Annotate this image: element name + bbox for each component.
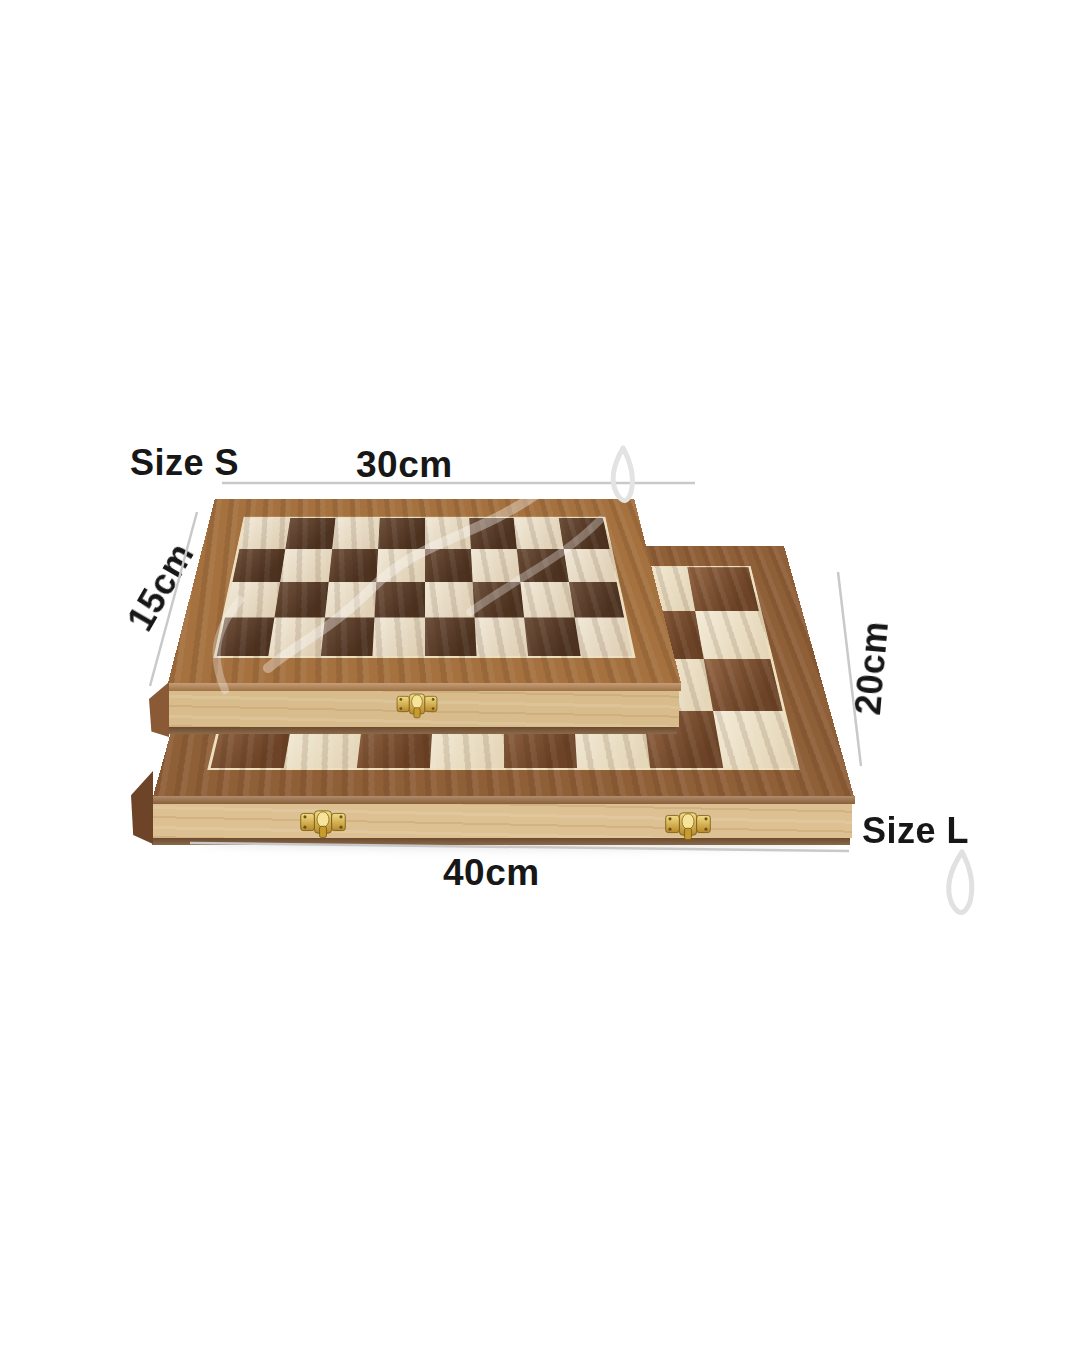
light-square <box>239 518 290 549</box>
light-square <box>474 617 528 656</box>
board-frame <box>168 499 681 683</box>
left-side-panel <box>149 681 169 737</box>
light-square <box>280 549 332 582</box>
dark-square <box>425 617 477 656</box>
box-lid-top <box>168 499 681 683</box>
s-width-label: 30cm <box>356 444 453 486</box>
size-s-label: Size S <box>130 442 239 484</box>
light-square <box>695 611 770 659</box>
light-square <box>425 582 475 618</box>
left-side-panel <box>131 768 153 844</box>
dark-square <box>286 518 336 549</box>
dark-square <box>704 659 783 711</box>
dark-square <box>425 549 473 582</box>
checkerboard <box>217 518 633 656</box>
light-square <box>713 711 796 768</box>
size-l-label: Size L <box>862 810 969 852</box>
dark-square <box>473 582 525 618</box>
light-square <box>376 549 424 582</box>
light-square <box>325 582 377 618</box>
light-square <box>521 582 575 618</box>
dark-square <box>275 582 329 618</box>
product-photo-scene: Size S 30cm 15cm 20cm Size L 40cm <box>0 0 1080 1350</box>
brass-clasp <box>297 804 349 840</box>
dark-square <box>569 582 625 618</box>
box-bottom-edge <box>152 838 850 845</box>
light-square <box>471 549 521 582</box>
dark-square <box>321 617 375 656</box>
dark-square <box>558 518 609 549</box>
dark-square <box>217 617 275 656</box>
light-square <box>563 549 616 582</box>
light-square <box>514 518 564 549</box>
dark-square <box>375 582 425 618</box>
l-width-label: 40cm <box>443 852 540 894</box>
light-square <box>373 617 425 656</box>
dark-square <box>378 518 424 549</box>
light-square <box>225 582 281 618</box>
brass-clasp <box>662 806 714 842</box>
box-bottom-edge <box>168 727 677 734</box>
l-depth-label: 20cm <box>847 619 897 716</box>
dark-square <box>328 549 378 582</box>
front-panel <box>152 804 852 838</box>
dark-square <box>469 518 517 549</box>
light-square <box>425 518 471 549</box>
frame-pinstripe <box>213 517 635 658</box>
light-square <box>269 617 325 656</box>
dark-square <box>232 549 285 582</box>
dark-square <box>517 549 569 582</box>
dark-square <box>687 567 759 611</box>
brass-clasp <box>394 687 440 721</box>
light-square <box>574 617 632 656</box>
lid-edge <box>152 796 855 804</box>
light-square <box>332 518 380 549</box>
dark-square <box>524 617 580 656</box>
